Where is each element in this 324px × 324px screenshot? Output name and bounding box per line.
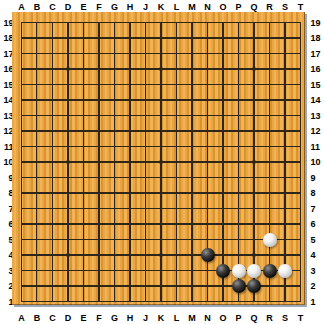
col-label-top: L (174, 2, 180, 11)
col-label-top: T (298, 2, 304, 11)
col-label-bottom: Q (250, 313, 257, 322)
col-label-top: M (188, 2, 196, 11)
row-label-right: 2 (311, 282, 316, 291)
row-label-right: 9 (311, 173, 316, 182)
row-label-right: 3 (311, 266, 316, 275)
go-diagram: ABCDEFGHJKLMNOPQRST ABCDEFGHJKLMNOPQRST … (0, 0, 324, 324)
col-label-bottom: D (65, 313, 72, 322)
col-label-top: N (204, 2, 211, 11)
col-label-bottom: N (204, 313, 211, 322)
star-point (159, 160, 163, 164)
col-label-bottom: T (298, 313, 304, 322)
col-label-bottom: M (188, 313, 196, 322)
col-label-top: G (111, 2, 118, 11)
col-label-top: O (219, 2, 226, 11)
col-label-bottom: B (34, 313, 41, 322)
star-point (159, 67, 163, 71)
col-label-top: R (266, 2, 273, 11)
row-label-right: 8 (311, 189, 316, 198)
col-label-top: P (235, 2, 241, 11)
row-label-right: 4 (311, 251, 316, 260)
star-point (66, 160, 70, 164)
star-point (66, 253, 70, 257)
col-label-bottom: H (127, 313, 134, 322)
col-label-top: J (143, 2, 148, 11)
row-label-right: 12 (311, 127, 321, 136)
row-label-right: 18 (311, 34, 321, 43)
black-stone (201, 248, 215, 262)
col-label-top: K (158, 2, 165, 11)
col-label-top: E (80, 2, 86, 11)
col-label-bottom: L (174, 313, 180, 322)
row-label-right: 15 (311, 80, 321, 89)
black-stone (216, 264, 230, 278)
star-point (252, 253, 256, 257)
col-label-top: S (282, 2, 288, 11)
row-label-right: 6 (311, 220, 316, 229)
white-stone (278, 264, 292, 278)
col-label-top: Q (250, 2, 257, 11)
white-stone (232, 264, 246, 278)
col-label-bottom: A (18, 313, 25, 322)
star-point (66, 67, 70, 71)
black-stone (232, 279, 246, 293)
white-stone (263, 233, 277, 247)
col-label-top: H (127, 2, 134, 11)
col-label-bottom: J (143, 313, 148, 322)
row-label-right: 1 (311, 297, 316, 306)
goban[interactable] (12, 12, 305, 305)
col-label-top: C (49, 2, 56, 11)
row-label-right: 10 (311, 158, 321, 167)
row-label-right: 11 (311, 142, 321, 151)
star-point (252, 160, 256, 164)
col-label-top: F (96, 2, 102, 11)
row-label-right: 7 (311, 204, 316, 213)
star-point (159, 253, 163, 257)
black-stone (247, 279, 261, 293)
row-label-right: 16 (311, 65, 321, 74)
col-label-bottom: S (282, 313, 288, 322)
col-label-top: A (18, 2, 25, 11)
col-label-bottom: K (158, 313, 165, 322)
col-label-bottom: F (96, 313, 102, 322)
row-label-right: 19 (311, 18, 321, 27)
row-label-right: 5 (311, 235, 316, 244)
col-label-top: B (34, 2, 41, 11)
col-label-top: D (65, 2, 72, 11)
col-label-bottom: E (80, 313, 86, 322)
col-label-bottom: R (266, 313, 273, 322)
row-label-right: 13 (311, 111, 321, 120)
piece-grid (14, 15, 309, 310)
row-label-right: 17 (311, 49, 321, 58)
white-stone (247, 264, 261, 278)
col-label-bottom: O (219, 313, 226, 322)
col-label-bottom: P (235, 313, 241, 322)
row-label-right: 14 (311, 96, 321, 105)
black-stone (263, 264, 277, 278)
star-point (252, 67, 256, 71)
col-label-bottom: G (111, 313, 118, 322)
col-label-bottom: C (49, 313, 56, 322)
